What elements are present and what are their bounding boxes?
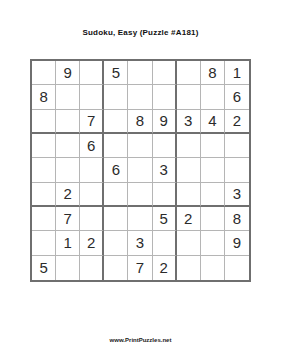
cell-r5c4[interactable]: 6 bbox=[104, 158, 128, 182]
cell-r8c3[interactable]: 2 bbox=[80, 231, 104, 255]
cell-r5c9[interactable] bbox=[225, 158, 249, 182]
cell-r6c6[interactable] bbox=[153, 183, 177, 207]
cell-r1c9[interactable]: 1 bbox=[225, 61, 249, 85]
cell-r6c5[interactable] bbox=[128, 183, 152, 207]
cell-r6c4[interactable] bbox=[104, 183, 128, 207]
cell-r5c3[interactable] bbox=[80, 158, 104, 182]
cell-r6c9[interactable]: 3 bbox=[225, 183, 249, 207]
cell-r4c4[interactable] bbox=[104, 134, 128, 158]
cell-r4c7[interactable] bbox=[177, 134, 201, 158]
cell-r6c3[interactable] bbox=[80, 183, 104, 207]
cell-r9c3[interactable] bbox=[80, 256, 104, 280]
cell-r3c6[interactable]: 9 bbox=[153, 110, 177, 134]
cell-r6c7[interactable] bbox=[177, 183, 201, 207]
cell-r9c7[interactable] bbox=[177, 256, 201, 280]
cell-r1c6[interactable] bbox=[153, 61, 177, 85]
cell-r6c1[interactable] bbox=[32, 183, 56, 207]
cell-r7c5[interactable] bbox=[128, 207, 152, 231]
cell-r5c5[interactable] bbox=[128, 158, 152, 182]
cell-r2c2[interactable] bbox=[56, 85, 80, 109]
cell-r7c8[interactable] bbox=[201, 207, 225, 231]
cell-r4c6[interactable] bbox=[153, 134, 177, 158]
cell-r1c5[interactable] bbox=[128, 61, 152, 85]
cell-r5c2[interactable] bbox=[56, 158, 80, 182]
cell-r7c9[interactable]: 8 bbox=[225, 207, 249, 231]
cell-r3c8[interactable]: 4 bbox=[201, 110, 225, 134]
cell-r1c4[interactable]: 5 bbox=[104, 61, 128, 85]
cell-r2c9[interactable]: 6 bbox=[225, 85, 249, 109]
sudoku-board: 9581867893426632375281239572 bbox=[30, 59, 251, 282]
cell-r7c3[interactable] bbox=[80, 207, 104, 231]
cell-r3c9[interactable]: 2 bbox=[225, 110, 249, 134]
cell-r3c3[interactable]: 7 bbox=[80, 110, 104, 134]
cell-r8c5[interactable]: 3 bbox=[128, 231, 152, 255]
cell-r4c2[interactable] bbox=[56, 134, 80, 158]
footer-url: www.PrintPuzzles.net bbox=[0, 337, 281, 343]
cell-r6c2[interactable]: 2 bbox=[56, 183, 80, 207]
cell-r1c2[interactable]: 9 bbox=[56, 61, 80, 85]
cell-r4c1[interactable] bbox=[32, 134, 56, 158]
cell-r2c3[interactable] bbox=[80, 85, 104, 109]
cell-r2c8[interactable] bbox=[201, 85, 225, 109]
cell-r7c6[interactable]: 5 bbox=[153, 207, 177, 231]
cell-r8c8[interactable] bbox=[201, 231, 225, 255]
cell-r7c2[interactable]: 7 bbox=[56, 207, 80, 231]
cell-r1c8[interactable]: 8 bbox=[201, 61, 225, 85]
cell-r8c4[interactable] bbox=[104, 231, 128, 255]
cell-r8c9[interactable]: 9 bbox=[225, 231, 249, 255]
sudoku-page: Sudoku, Easy (Puzzle #A181) 958186789342… bbox=[0, 0, 281, 363]
cell-r9c8[interactable] bbox=[201, 256, 225, 280]
cell-r8c2[interactable]: 1 bbox=[56, 231, 80, 255]
cell-r9c2[interactable] bbox=[56, 256, 80, 280]
cell-r2c4[interactable] bbox=[104, 85, 128, 109]
cell-r4c8[interactable] bbox=[201, 134, 225, 158]
cell-r7c4[interactable] bbox=[104, 207, 128, 231]
cell-r8c6[interactable] bbox=[153, 231, 177, 255]
cell-r9c6[interactable]: 2 bbox=[153, 256, 177, 280]
cell-r8c1[interactable] bbox=[32, 231, 56, 255]
cell-r9c5[interactable]: 7 bbox=[128, 256, 152, 280]
cell-r8c7[interactable] bbox=[177, 231, 201, 255]
cell-r9c9[interactable] bbox=[225, 256, 249, 280]
cell-r7c1[interactable] bbox=[32, 207, 56, 231]
cell-r2c7[interactable] bbox=[177, 85, 201, 109]
cell-r5c8[interactable] bbox=[201, 158, 225, 182]
cell-r9c4[interactable] bbox=[104, 256, 128, 280]
cell-r5c1[interactable] bbox=[32, 158, 56, 182]
cell-r4c9[interactable] bbox=[225, 134, 249, 158]
cell-r2c6[interactable] bbox=[153, 85, 177, 109]
cell-r1c1[interactable] bbox=[32, 61, 56, 85]
cell-r2c5[interactable] bbox=[128, 85, 152, 109]
cell-r2c1[interactable]: 8 bbox=[32, 85, 56, 109]
cell-r7c7[interactable]: 2 bbox=[177, 207, 201, 231]
cell-r6c8[interactable] bbox=[201, 183, 225, 207]
cell-r5c7[interactable] bbox=[177, 158, 201, 182]
cell-r1c3[interactable] bbox=[80, 61, 104, 85]
puzzle-title: Sudoku, Easy (Puzzle #A181) bbox=[0, 28, 281, 37]
cell-r5c6[interactable]: 3 bbox=[153, 158, 177, 182]
cell-r9c1[interactable]: 5 bbox=[32, 256, 56, 280]
cell-r3c2[interactable] bbox=[56, 110, 80, 134]
cell-r4c5[interactable] bbox=[128, 134, 152, 158]
cell-r4c3[interactable]: 6 bbox=[80, 134, 104, 158]
cell-r3c4[interactable] bbox=[104, 110, 128, 134]
cell-r3c7[interactable]: 3 bbox=[177, 110, 201, 134]
cell-r1c7[interactable] bbox=[177, 61, 201, 85]
cell-r3c5[interactable]: 8 bbox=[128, 110, 152, 134]
cell-r3c1[interactable] bbox=[32, 110, 56, 134]
